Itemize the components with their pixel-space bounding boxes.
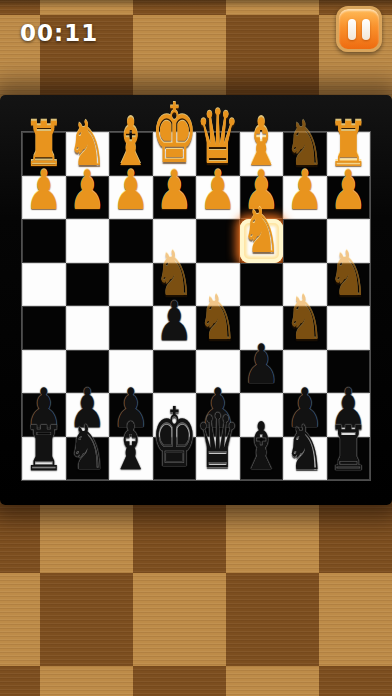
square-f3[interactable] (109, 219, 153, 263)
square-h8[interactable]: ♜ (22, 437, 66, 481)
black-king-e8[interactable]: ♚ (151, 397, 198, 479)
square-a5[interactable] (327, 306, 371, 350)
square-b2[interactable]: ♟ (283, 176, 327, 220)
white-pawn-g2[interactable]: ♟ (68, 163, 106, 218)
square-h5[interactable] (22, 306, 66, 350)
square-h3[interactable] (22, 219, 66, 263)
pause-button[interactable] (336, 6, 382, 52)
black-rook-a8[interactable]: ♜ (328, 417, 369, 479)
white-knight-ghost-d5[interactable]: ♞ (198, 286, 238, 348)
pause-icon (348, 19, 356, 40)
square-a2[interactable]: ♟ (327, 176, 371, 220)
square-c3[interactable]: ♞ (240, 219, 284, 263)
chess-board[interactable]: ♜♞♝♚♛♝♞♜♟♟♟♟♟♟♟♟♞♞♞♟♞♞♟♟♟♟♟♟♟♜♞♝♚♛♝♞♜ (22, 132, 370, 480)
square-f4[interactable] (109, 263, 153, 307)
white-pawn-f2[interactable]: ♟ (112, 163, 150, 218)
square-a4[interactable]: ♞ (327, 263, 371, 307)
square-d3[interactable] (196, 219, 240, 263)
square-f5[interactable] (109, 306, 153, 350)
pause-icon (362, 19, 370, 40)
chess-board-frame: ♜♞♝♚♛♝♞♜♟♟♟♟♟♟♟♟♞♞♞♟♞♞♟♟♟♟♟♟♟♜♞♝♚♛♝♞♜ (0, 95, 392, 505)
square-b5[interactable]: ♞ (283, 306, 327, 350)
square-e5[interactable]: ♟ (153, 306, 197, 350)
black-bishop-c8[interactable]: ♝ (242, 413, 281, 479)
white-pawn-h2[interactable]: ♟ (25, 163, 63, 218)
black-queen-d8[interactable]: ♛ (195, 404, 240, 479)
square-d2[interactable]: ♟ (196, 176, 240, 220)
white-knight-ghost-a4[interactable]: ♞ (328, 243, 368, 305)
game-timer: 00:11 (20, 20, 98, 46)
square-d5[interactable]: ♞ (196, 306, 240, 350)
white-pawn-e2[interactable]: ♟ (155, 163, 193, 218)
square-g5[interactable] (66, 306, 110, 350)
square-b3[interactable] (283, 219, 327, 263)
square-g2[interactable]: ♟ (66, 176, 110, 220)
square-h4[interactable] (22, 263, 66, 307)
black-rook-h8[interactable]: ♜ (23, 417, 64, 479)
square-f8[interactable]: ♝ (109, 437, 153, 481)
square-g3[interactable] (66, 219, 110, 263)
black-pawn-c6[interactable]: ♟ (242, 337, 280, 392)
black-bishop-f8[interactable]: ♝ (111, 413, 150, 479)
square-f2[interactable]: ♟ (109, 176, 153, 220)
white-knight-ghost-b5[interactable]: ♞ (285, 286, 325, 348)
square-g8[interactable]: ♞ (66, 437, 110, 481)
square-c8[interactable]: ♝ (240, 437, 284, 481)
black-knight-b8[interactable]: ♞ (285, 417, 325, 479)
square-h2[interactable]: ♟ (22, 176, 66, 220)
square-g4[interactable] (66, 263, 110, 307)
white-pawn-b2[interactable]: ♟ (286, 163, 324, 218)
square-e6[interactable] (153, 350, 197, 394)
square-e8[interactable]: ♚ (153, 437, 197, 481)
white-pawn-a2[interactable]: ♟ (329, 163, 367, 218)
square-e2[interactable]: ♟ (153, 176, 197, 220)
black-pawn-e5[interactable]: ♟ (155, 294, 193, 349)
square-b8[interactable]: ♞ (283, 437, 327, 481)
square-c4[interactable] (240, 263, 284, 307)
square-d8[interactable]: ♛ (196, 437, 240, 481)
square-a8[interactable]: ♜ (327, 437, 371, 481)
square-c6[interactable]: ♟ (240, 350, 284, 394)
white-knight-c3[interactable]: ♞ (241, 199, 281, 261)
black-knight-g8[interactable]: ♞ (67, 417, 107, 479)
white-pawn-d2[interactable]: ♟ (199, 163, 237, 218)
top-shade (0, 0, 392, 8)
